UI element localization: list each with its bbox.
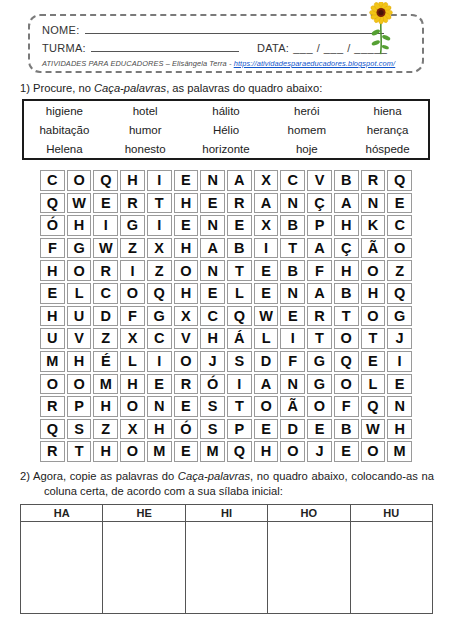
classification-header-row: HAHEHIHOHU xyxy=(21,505,433,522)
grid-cell[interactable]: C xyxy=(280,170,305,191)
grid-cell[interactable]: H xyxy=(40,260,65,281)
grid-cell[interactable]: F xyxy=(280,351,305,372)
task1-italic: Caça-palavras xyxy=(94,82,166,94)
grid-cell[interactable]: S xyxy=(227,351,252,372)
grid-cell[interactable]: R xyxy=(93,260,118,281)
grid-cell[interactable]: I xyxy=(147,215,172,236)
grid-cell[interactable]: H xyxy=(361,283,386,304)
grid-cell[interactable]: R xyxy=(361,170,386,191)
grid-cell[interactable]: E xyxy=(93,193,118,214)
grid-cell[interactable]: W xyxy=(67,193,92,214)
answer-cell[interactable] xyxy=(103,522,185,614)
class-date-row: TURMA: DATA: ___ / ___ / _____ xyxy=(42,40,410,58)
grid-cell[interactable]: H xyxy=(67,351,92,372)
grid-cell[interactable]: R xyxy=(174,374,199,395)
grid-cell[interactable]: T xyxy=(280,238,305,259)
grid-cell[interactable]: T xyxy=(227,396,252,417)
header-box: NOME: TURMA: DATA: ___ / ___ / _____ ATI… xyxy=(28,14,424,73)
grid-cell[interactable]: C xyxy=(200,306,225,327)
grid-cell[interactable]: Z xyxy=(387,260,412,281)
grid-cell[interactable]: J xyxy=(387,328,412,349)
grid-cell[interactable]: E xyxy=(254,260,279,281)
task2-italic: Caça-palavras xyxy=(178,470,250,482)
grid-cell[interactable]: S xyxy=(200,419,225,440)
grid-cell[interactable]: N xyxy=(280,193,305,214)
credit-text: ATIVIDADES PARA EDUCADORES – Elisângela … xyxy=(42,59,234,68)
grid-cell[interactable]: L xyxy=(227,283,252,304)
grid-cell[interactable]: M xyxy=(40,351,65,372)
answer-cell[interactable] xyxy=(21,522,103,614)
word-bank: higienehotelhálitoheróihienahabitaçãohum… xyxy=(22,99,430,160)
grid-cell[interactable]: X xyxy=(120,419,145,440)
grid-cell[interactable]: H xyxy=(334,215,359,236)
task1-prefix: 1) Procure, no xyxy=(20,82,94,94)
grid-cell[interactable]: G xyxy=(307,351,332,372)
grid-cell[interactable]: O xyxy=(361,260,386,281)
grid-cell[interactable]: O xyxy=(307,396,332,417)
word-bank-item: hotel xyxy=(133,105,158,117)
grid-cell[interactable]: D xyxy=(280,419,305,440)
grid-cell[interactable]: E xyxy=(361,351,386,372)
grid-cell[interactable]: Ó xyxy=(174,419,199,440)
classification-answer-row xyxy=(21,522,433,614)
syllable-column-header: HU xyxy=(350,505,432,522)
word-bank-item: hoje xyxy=(296,143,318,155)
grid-cell[interactable]: A xyxy=(254,374,279,395)
grid-cell[interactable]: H xyxy=(40,306,65,327)
grid-cell[interactable]: R xyxy=(40,396,65,417)
grid-cell[interactable]: A xyxy=(200,238,225,259)
grid-cell[interactable]: Q xyxy=(387,283,412,304)
grid-cell[interactable]: Z xyxy=(120,238,145,259)
grid-cell[interactable]: I xyxy=(147,170,172,191)
grid-cell[interactable]: V xyxy=(307,170,332,191)
grid-cell[interactable]: N xyxy=(200,260,225,281)
grid-cell[interactable]: H xyxy=(387,419,412,440)
grid-cell[interactable]: N xyxy=(280,283,305,304)
grid-cell[interactable]: R xyxy=(227,193,252,214)
classification-table: HAHEHIHOHU xyxy=(20,504,433,614)
grid-cell[interactable]: O xyxy=(120,396,145,417)
grid-cell[interactable]: P xyxy=(307,215,332,236)
grid-cell[interactable]: Ó xyxy=(40,215,65,236)
grid-cell[interactable]: I xyxy=(387,351,412,372)
grid-cell[interactable]: O xyxy=(334,374,359,395)
name-input-line[interactable] xyxy=(85,22,384,34)
grid-cell[interactable]: E xyxy=(280,306,305,327)
grid-cell[interactable]: A xyxy=(307,283,332,304)
grid-cell[interactable]: L xyxy=(254,328,279,349)
grid-cell[interactable]: R xyxy=(307,306,332,327)
grid-cell[interactable]: O xyxy=(254,396,279,417)
grid-cell[interactable]: X xyxy=(254,215,279,236)
syllable-column-header: HO xyxy=(268,505,350,522)
grid-cell[interactable]: T xyxy=(307,328,332,349)
grid-cell[interactable]: J xyxy=(200,351,225,372)
grid-cell[interactable]: X xyxy=(254,170,279,191)
grid-cell[interactable]: H xyxy=(67,215,92,236)
grid-cell[interactable]: Ç xyxy=(334,238,359,259)
grid-cell[interactable]: H xyxy=(93,396,118,417)
grid-cell[interactable]: V xyxy=(67,328,92,349)
grid-cell[interactable]: G xyxy=(120,215,145,236)
grid-cell[interactable]: H xyxy=(334,260,359,281)
grid-cell[interactable]: E xyxy=(200,283,225,304)
grid-cell[interactable]: E xyxy=(387,374,412,395)
answer-cell[interactable] xyxy=(350,522,432,614)
syllable-column-header: HI xyxy=(185,505,267,522)
grid-cell[interactable]: H xyxy=(93,441,118,462)
grid-cell[interactable]: N xyxy=(361,193,386,214)
grid-cell[interactable]: F xyxy=(334,396,359,417)
grid-cell[interactable]: U xyxy=(40,328,65,349)
task1-instruction: 1) Procure, no Caça-palavras, as palavra… xyxy=(20,82,434,94)
grid-cell[interactable]: X xyxy=(120,328,145,349)
grid-cell[interactable]: G xyxy=(67,238,92,259)
grid-cell[interactable]: Z xyxy=(147,260,172,281)
grid-cell[interactable]: E xyxy=(40,283,65,304)
grid-cell[interactable]: M xyxy=(387,441,412,462)
grid-cell[interactable]: E xyxy=(174,441,199,462)
grid-cell[interactable]: J xyxy=(307,441,332,462)
grid-cell[interactable]: H xyxy=(200,328,225,349)
grid-cell[interactable]: T xyxy=(147,193,172,214)
credit-link[interactable]: https://atividadesparaeducadores.blogspo… xyxy=(234,59,396,68)
grid-cell[interactable]: K xyxy=(361,215,386,236)
grid-cell[interactable]: Q xyxy=(147,283,172,304)
grid-cell[interactable]: F xyxy=(40,238,65,259)
word-bank-item: higiene xyxy=(46,105,83,117)
grid-cell[interactable]: G xyxy=(307,374,332,395)
grid-cell[interactable]: N xyxy=(387,396,412,417)
grid-cell[interactable]: F xyxy=(120,306,145,327)
word-bank-item: herói xyxy=(294,105,320,117)
grid-cell[interactable]: H xyxy=(174,238,199,259)
grid-cell[interactable]: L xyxy=(361,374,386,395)
grid-cell[interactable]: E xyxy=(387,193,412,214)
grid-cell[interactable]: Ç xyxy=(307,193,332,214)
grid-cell[interactable]: A xyxy=(334,193,359,214)
grid-cell[interactable]: É xyxy=(93,351,118,372)
grid-cell[interactable]: T xyxy=(334,306,359,327)
grid-cell[interactable]: H xyxy=(174,283,199,304)
grid-cell[interactable]: E xyxy=(254,283,279,304)
grid-cell[interactable]: B xyxy=(280,215,305,236)
grid-cell[interactable]: H xyxy=(120,170,145,191)
word-bank-item: hiena xyxy=(374,105,402,117)
grid-cell[interactable]: O xyxy=(174,260,199,281)
word-search-grid: COQHIENAXCVBRQQWERTHERANÇANEÓHIGIENEXBPH… xyxy=(40,170,412,462)
grid-cell[interactable]: W xyxy=(361,419,386,440)
name-label: NOME: xyxy=(42,24,80,36)
grid-cell[interactable]: E xyxy=(307,419,332,440)
word-bank-item: horizonte xyxy=(202,143,249,155)
grid-cell[interactable]: A xyxy=(254,193,279,214)
grid-cell[interactable]: F xyxy=(307,260,332,281)
grid-cell[interactable]: P xyxy=(67,396,92,417)
grid-cell[interactable]: E xyxy=(334,441,359,462)
grid-cell[interactable]: S xyxy=(67,419,92,440)
grid-cell[interactable]: C xyxy=(147,328,172,349)
grid-cell[interactable]: L xyxy=(120,351,145,372)
grid-cell[interactable]: D xyxy=(93,306,118,327)
grid-cell[interactable]: O xyxy=(174,351,199,372)
answer-cell[interactable] xyxy=(268,522,350,614)
word-bank-item: habitação xyxy=(39,124,89,136)
grid-cell[interactable]: H xyxy=(120,374,145,395)
grid-cell[interactable]: N xyxy=(200,170,225,191)
word-bank-item: Hélio xyxy=(213,124,239,136)
grid-cell[interactable]: W xyxy=(254,306,279,327)
grid-cell[interactable]: B xyxy=(334,170,359,191)
syllable-column-header: HE xyxy=(103,505,185,522)
word-bank-item: honesto xyxy=(125,143,166,155)
grid-cell[interactable]: Á xyxy=(227,328,252,349)
grid-cell[interactable]: N xyxy=(200,215,225,236)
class-input-line[interactable] xyxy=(91,40,239,52)
task2-prefix: 2) Agora, copie as palavras do xyxy=(20,470,178,482)
grid-cell[interactable]: G xyxy=(147,306,172,327)
grid-cell[interactable]: E xyxy=(174,170,199,191)
grid-cell[interactable]: S xyxy=(200,396,225,417)
grid-cell[interactable]: Q xyxy=(227,441,252,462)
grid-cell[interactable]: Q xyxy=(361,396,386,417)
grid-cell[interactable]: N xyxy=(280,374,305,395)
credit-line: ATIVIDADES PARA EDUCADORES – Elisângela … xyxy=(42,59,410,68)
grid-cell[interactable]: E xyxy=(147,374,172,395)
grid-cell[interactable]: L xyxy=(67,283,92,304)
grid-cell[interactable]: Q xyxy=(40,419,65,440)
grid-cell[interactable]: N xyxy=(147,396,172,417)
grid-cell[interactable]: A xyxy=(307,238,332,259)
task2-instruction: 2) Agora, copie as palavras do Caça-pala… xyxy=(20,469,434,498)
grid-cell[interactable]: H xyxy=(147,419,172,440)
grid-cell[interactable]: O xyxy=(280,441,305,462)
grid-cell[interactable]: C xyxy=(40,170,65,191)
grid-cell[interactable]: O xyxy=(40,374,65,395)
grid-cell[interactable]: B xyxy=(280,260,305,281)
grid-cell[interactable]: M xyxy=(147,441,172,462)
grid-cell[interactable]: X xyxy=(174,306,199,327)
grid-cell[interactable]: O xyxy=(361,306,386,327)
sunflower-icon xyxy=(368,2,394,56)
name-row: NOME: xyxy=(42,22,410,40)
grid-cell[interactable]: E xyxy=(200,193,225,214)
word-bank-item: hálito xyxy=(212,105,240,117)
grid-cell[interactable]: I xyxy=(147,351,172,372)
grid-cell[interactable]: I xyxy=(227,374,252,395)
grid-cell[interactable]: E xyxy=(254,419,279,440)
grid-cell[interactable]: C xyxy=(93,283,118,304)
grid-cell[interactable]: O xyxy=(387,238,412,259)
task1-suffix: , as palavras do quadro abaixo: xyxy=(166,82,322,94)
grid-cell[interactable]: Q xyxy=(40,193,65,214)
grid-cell[interactable]: M xyxy=(200,441,225,462)
grid-cell[interactable]: I xyxy=(120,260,145,281)
grid-cell[interactable]: T xyxy=(67,441,92,462)
word-bank-item: Helena xyxy=(46,143,82,155)
grid-cell[interactable]: D xyxy=(254,351,279,372)
grid-cell[interactable]: Z xyxy=(93,328,118,349)
answer-cell[interactable] xyxy=(185,522,267,614)
grid-cell[interactable]: E xyxy=(174,215,199,236)
date-label: DATA: xyxy=(257,42,289,54)
grid-cell[interactable]: O xyxy=(67,260,92,281)
grid-cell[interactable]: B xyxy=(334,283,359,304)
grid-cell[interactable]: B xyxy=(334,419,359,440)
grid-cell[interactable]: Q xyxy=(227,306,252,327)
grid-cell[interactable]: O xyxy=(120,283,145,304)
grid-cell[interactable]: C xyxy=(387,215,412,236)
grid-cell[interactable]: O xyxy=(334,328,359,349)
grid-cell[interactable]: U xyxy=(67,306,92,327)
grid-cell[interactable]: O xyxy=(120,441,145,462)
grid-cell[interactable]: H xyxy=(254,441,279,462)
grid-cell[interactable]: Q xyxy=(93,170,118,191)
grid-cell[interactable]: R xyxy=(40,441,65,462)
grid-cell[interactable]: W xyxy=(93,238,118,259)
grid-cell[interactable]: H xyxy=(174,193,199,214)
grid-cell[interactable]: E xyxy=(227,215,252,236)
grid-cell[interactable]: T xyxy=(361,328,386,349)
grid-cell[interactable]: Q xyxy=(387,170,412,191)
grid-cell[interactable]: V xyxy=(174,328,199,349)
word-bank-item: humor xyxy=(129,124,162,136)
grid-cell[interactable]: Ã xyxy=(361,238,386,259)
grid-cell[interactable]: I xyxy=(93,215,118,236)
class-label: TURMA: xyxy=(42,42,86,54)
syllable-column-header: HA xyxy=(21,505,103,522)
word-bank-item: hóspede xyxy=(366,143,410,155)
grid-cell[interactable]: M xyxy=(93,374,118,395)
grid-cell[interactable]: Ó xyxy=(200,374,225,395)
grid-cell[interactable]: A xyxy=(227,170,252,191)
grid-cell[interactable]: I xyxy=(254,238,279,259)
grid-cell[interactable]: R xyxy=(120,193,145,214)
word-bank-item: homem xyxy=(288,124,326,136)
grid-cell[interactable]: B xyxy=(227,238,252,259)
grid-cell[interactable]: E xyxy=(174,396,199,417)
grid-cell[interactable]: P xyxy=(227,419,252,440)
grid-cell[interactable]: G xyxy=(387,306,412,327)
word-bank-item: herança xyxy=(367,124,409,136)
grid-cell[interactable]: O xyxy=(67,374,92,395)
grid-cell[interactable]: Q xyxy=(334,351,359,372)
grid-cell[interactable]: Z xyxy=(93,419,118,440)
grid-cell[interactable]: O xyxy=(361,441,386,462)
grid-cell[interactable]: T xyxy=(227,260,252,281)
grid-cell[interactable]: I xyxy=(280,328,305,349)
worksheet-page: NOME: TURMA: DATA: ___ / ___ / _____ ATI… xyxy=(0,0,452,640)
grid-cell[interactable]: O xyxy=(67,170,92,191)
grid-cell[interactable]: Ã xyxy=(280,396,305,417)
grid-cell[interactable]: X xyxy=(147,238,172,259)
